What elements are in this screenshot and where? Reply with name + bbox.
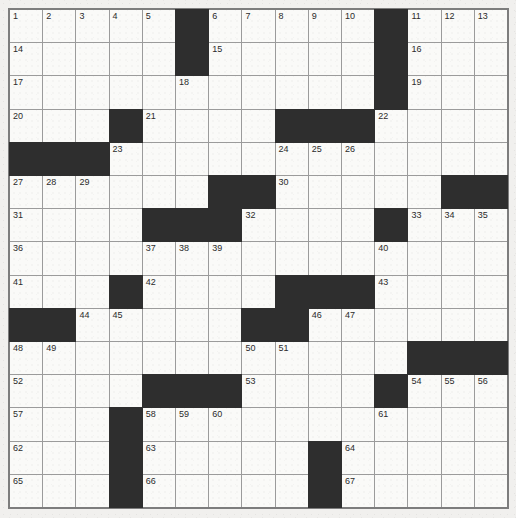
cell-r12c10[interactable] <box>309 375 341 407</box>
cell-r8c4[interactable] <box>110 242 142 274</box>
black-cell-r6c14 <box>442 176 474 208</box>
cell-r12c15[interactable]: 56 <box>475 375 507 407</box>
cell-r15c12[interactable] <box>375 475 407 507</box>
clue-number-42: 42 <box>146 277 156 287</box>
cell-r1c10[interactable]: 9 <box>309 10 341 42</box>
black-cell-r13c4 <box>110 408 142 440</box>
cell-r14c9[interactable] <box>276 442 308 474</box>
cell-r10c5[interactable] <box>143 309 175 341</box>
cell-r5c11[interactable]: 26 <box>342 143 374 175</box>
cell-r8c15[interactable] <box>475 242 507 274</box>
cell-r15c7[interactable] <box>209 475 241 507</box>
cell-r5c5[interactable] <box>143 143 175 175</box>
cell-r8c9[interactable] <box>276 242 308 274</box>
cell-r8c10[interactable] <box>309 242 341 274</box>
clue-number-56: 56 <box>478 376 488 386</box>
clue-number-28: 28 <box>46 177 56 187</box>
cell-r1c11[interactable]: 10 <box>342 10 374 42</box>
cell-r1c8[interactable]: 7 <box>242 10 274 42</box>
cell-r11c1[interactable]: 48 <box>10 342 42 374</box>
cell-r3c3[interactable] <box>76 76 108 108</box>
cell-r10c7[interactable] <box>209 309 241 341</box>
clue-number-15: 15 <box>212 44 222 54</box>
cell-r9c5[interactable]: 42 <box>143 276 175 308</box>
cell-r5c12[interactable] <box>375 143 407 175</box>
cell-r3c10[interactable] <box>309 76 341 108</box>
cell-r13c11[interactable] <box>342 408 374 440</box>
clue-number-26: 26 <box>345 144 355 154</box>
cell-r14c6[interactable] <box>176 442 208 474</box>
clue-number-65: 65 <box>13 476 23 486</box>
cell-r6c1[interactable]: 27 <box>10 176 42 208</box>
cell-r3c15[interactable] <box>475 76 507 108</box>
cell-r3c14[interactable] <box>442 76 474 108</box>
cell-r7c10[interactable] <box>309 209 341 241</box>
black-cell-r5c3 <box>76 143 108 175</box>
cell-r12c2[interactable] <box>43 375 75 407</box>
black-cell-r7c7 <box>209 209 241 241</box>
cell-r6c4[interactable] <box>110 176 142 208</box>
cell-r3c11[interactable] <box>342 76 374 108</box>
clue-number-66: 66 <box>146 476 156 486</box>
cell-r8c6[interactable]: 38 <box>176 242 208 274</box>
cell-r15c2[interactable] <box>43 475 75 507</box>
clue-number-17: 17 <box>13 77 23 87</box>
black-cell-r9c10 <box>309 276 341 308</box>
cell-r1c7[interactable]: 6 <box>209 10 241 42</box>
cell-r15c5[interactable]: 66 <box>143 475 175 507</box>
cell-r6c13[interactable] <box>408 176 440 208</box>
cell-r12c11[interactable] <box>342 375 374 407</box>
clue-number-25: 25 <box>312 144 322 154</box>
cell-r9c8[interactable] <box>242 276 274 308</box>
cell-r3c4[interactable] <box>110 76 142 108</box>
cell-r7c2[interactable] <box>43 209 75 241</box>
clue-number-19: 19 <box>411 77 421 87</box>
clue-number-8: 8 <box>279 11 284 21</box>
cell-r15c6[interactable] <box>176 475 208 507</box>
cell-r3c2[interactable] <box>43 76 75 108</box>
cell-r4c14[interactable] <box>442 110 474 142</box>
cell-r11c4[interactable] <box>110 342 142 374</box>
clue-number-22: 22 <box>378 111 388 121</box>
cell-r2c10[interactable] <box>309 43 341 75</box>
cell-r12c3[interactable] <box>76 375 108 407</box>
cell-r4c13[interactable] <box>408 110 440 142</box>
cell-r8c13[interactable] <box>408 242 440 274</box>
cell-r7c14[interactable]: 34 <box>442 209 474 241</box>
black-cell-r3c12 <box>375 76 407 108</box>
cell-r14c8[interactable] <box>242 442 274 474</box>
cell-r4c15[interactable] <box>475 110 507 142</box>
cell-r11c9[interactable]: 51 <box>276 342 308 374</box>
cell-r1c4[interactable]: 4 <box>110 10 142 42</box>
cell-r4c2[interactable] <box>43 110 75 142</box>
black-cell-r11c15 <box>475 342 507 374</box>
cell-r13c8[interactable] <box>242 408 274 440</box>
cell-r6c12[interactable] <box>375 176 407 208</box>
black-cell-r11c13 <box>408 342 440 374</box>
cell-r3c5[interactable] <box>143 76 175 108</box>
cell-r1c3[interactable]: 3 <box>76 10 108 42</box>
clue-number-18: 18 <box>179 77 189 87</box>
clue-number-41: 41 <box>13 277 23 287</box>
clue-number-12: 12 <box>445 11 455 21</box>
cell-r11c6[interactable] <box>176 342 208 374</box>
clue-number-34: 34 <box>445 210 455 220</box>
black-cell-r12c6 <box>176 375 208 407</box>
cell-r13c14[interactable] <box>442 408 474 440</box>
cell-r14c14[interactable] <box>442 442 474 474</box>
cell-r1c2[interactable]: 2 <box>43 10 75 42</box>
cell-r10c15[interactable] <box>475 309 507 341</box>
cell-r6c9[interactable]: 30 <box>276 176 308 208</box>
clue-number-48: 48 <box>13 343 23 353</box>
cell-r15c3[interactable] <box>76 475 108 507</box>
cell-r10c4[interactable]: 45 <box>110 309 142 341</box>
cell-r8c11[interactable] <box>342 242 374 274</box>
clue-number-21: 21 <box>146 111 156 121</box>
clue-number-53: 53 <box>245 376 255 386</box>
cell-r15c14[interactable] <box>442 475 474 507</box>
cell-r15c9[interactable] <box>276 475 308 507</box>
black-cell-r14c4 <box>110 442 142 474</box>
cell-r4c7[interactable] <box>209 110 241 142</box>
cell-r13c9[interactable] <box>276 408 308 440</box>
black-cell-r4c4 <box>110 110 142 142</box>
cell-r3c6[interactable]: 18 <box>176 76 208 108</box>
clue-number-2: 2 <box>46 11 51 21</box>
cell-r11c8[interactable]: 50 <box>242 342 274 374</box>
cell-r4c5[interactable]: 21 <box>143 110 175 142</box>
cell-r3c7[interactable] <box>209 76 241 108</box>
clue-number-24: 24 <box>279 144 289 154</box>
black-cell-r9c4 <box>110 276 142 308</box>
cell-r15c8[interactable] <box>242 475 274 507</box>
cell-r1c13[interactable]: 11 <box>408 10 440 42</box>
cell-r7c15[interactable]: 35 <box>475 209 507 241</box>
cell-r8c1[interactable]: 36 <box>10 242 42 274</box>
cell-r11c2[interactable]: 49 <box>43 342 75 374</box>
cell-r2c4[interactable] <box>110 43 142 75</box>
clue-number-58: 58 <box>146 409 156 419</box>
cell-r2c15[interactable] <box>475 43 507 75</box>
cell-r14c11[interactable]: 64 <box>342 442 374 474</box>
cell-r5c7[interactable] <box>209 143 241 175</box>
cell-r9c13[interactable] <box>408 276 440 308</box>
cell-r5c9[interactable]: 24 <box>276 143 308 175</box>
black-cell-r9c11 <box>342 276 374 308</box>
clue-number-50: 50 <box>245 343 255 353</box>
clue-number-1: 1 <box>13 11 18 21</box>
black-cell-r15c10 <box>309 475 341 507</box>
cell-r3c1[interactable]: 17 <box>10 76 42 108</box>
cell-r2c5[interactable] <box>143 43 175 75</box>
cell-r9c2[interactable] <box>43 276 75 308</box>
clue-number-27: 27 <box>13 177 23 187</box>
cell-r6c10[interactable] <box>309 176 341 208</box>
cell-r4c3[interactable] <box>76 110 108 142</box>
black-cell-r6c7 <box>209 176 241 208</box>
black-cell-r12c7 <box>209 375 241 407</box>
cell-r8c5[interactable]: 37 <box>143 242 175 274</box>
cell-r13c2[interactable] <box>43 408 75 440</box>
cell-r8c14[interactable] <box>442 242 474 274</box>
cell-r1c1[interactable]: 1 <box>10 10 42 42</box>
clue-number-29: 29 <box>79 177 89 187</box>
black-cell-r14c10 <box>309 442 341 474</box>
black-cell-r6c15 <box>475 176 507 208</box>
cell-r12c1[interactable]: 52 <box>10 375 42 407</box>
clue-number-64: 64 <box>345 443 355 453</box>
clue-number-45: 45 <box>113 310 123 320</box>
cell-r13c12[interactable]: 61 <box>375 408 407 440</box>
cell-r7c11[interactable] <box>342 209 374 241</box>
clue-number-62: 62 <box>13 443 23 453</box>
black-cell-r9c9 <box>276 276 308 308</box>
cell-r8c7[interactable]: 39 <box>209 242 241 274</box>
clue-number-44: 44 <box>79 310 89 320</box>
cell-r2c14[interactable] <box>442 43 474 75</box>
cell-r12c13[interactable]: 54 <box>408 375 440 407</box>
black-cell-r5c2 <box>43 143 75 175</box>
clue-number-52: 52 <box>13 376 23 386</box>
cell-r2c2[interactable] <box>43 43 75 75</box>
cell-r13c7[interactable]: 60 <box>209 408 241 440</box>
clue-number-38: 38 <box>179 243 189 253</box>
cell-r2c1[interactable]: 14 <box>10 43 42 75</box>
cell-r6c11[interactable] <box>342 176 374 208</box>
cell-r13c3[interactable] <box>76 408 108 440</box>
cell-r8c8[interactable] <box>242 242 274 274</box>
cell-r8c2[interactable] <box>43 242 75 274</box>
clue-number-33: 33 <box>411 210 421 220</box>
black-cell-r4c9 <box>276 110 308 142</box>
black-cell-r10c2 <box>43 309 75 341</box>
cell-r14c13[interactable] <box>408 442 440 474</box>
cell-r14c5[interactable]: 63 <box>143 442 175 474</box>
clue-number-35: 35 <box>478 210 488 220</box>
cell-r5c10[interactable]: 25 <box>309 143 341 175</box>
page: 1234567891011121314151617181920212223242… <box>0 0 516 517</box>
cell-r6c2[interactable]: 28 <box>43 176 75 208</box>
cell-r7c9[interactable] <box>276 209 308 241</box>
black-cell-r7c5 <box>143 209 175 241</box>
cell-r9c3[interactable] <box>76 276 108 308</box>
clue-number-32: 32 <box>245 210 255 220</box>
black-cell-r4c11 <box>342 110 374 142</box>
cell-r14c15[interactable] <box>475 442 507 474</box>
black-cell-r10c8 <box>242 309 274 341</box>
cell-r7c8[interactable]: 32 <box>242 209 274 241</box>
cell-r15c13[interactable] <box>408 475 440 507</box>
black-cell-r1c12 <box>375 10 407 42</box>
cell-r13c1[interactable]: 57 <box>10 408 42 440</box>
cell-r1c15[interactable]: 13 <box>475 10 507 42</box>
cell-r6c6[interactable] <box>176 176 208 208</box>
cell-r14c3[interactable] <box>76 442 108 474</box>
clue-number-3: 3 <box>79 11 84 21</box>
cell-r10c14[interactable] <box>442 309 474 341</box>
black-cell-r11c14 <box>442 342 474 374</box>
cell-r5c6[interactable] <box>176 143 208 175</box>
clue-number-30: 30 <box>279 177 289 187</box>
cell-r9c7[interactable] <box>209 276 241 308</box>
clue-number-57: 57 <box>13 409 23 419</box>
cell-r13c6[interactable]: 59 <box>176 408 208 440</box>
clue-number-49: 49 <box>46 343 56 353</box>
cell-r6c3[interactable]: 29 <box>76 176 108 208</box>
cell-r2c3[interactable] <box>76 43 108 75</box>
clue-number-40: 40 <box>378 243 388 253</box>
cell-r10c3[interactable]: 44 <box>76 309 108 341</box>
cell-r2c7[interactable]: 15 <box>209 43 241 75</box>
clue-number-54: 54 <box>411 376 421 386</box>
black-cell-r10c1 <box>10 309 42 341</box>
black-cell-r15c4 <box>110 475 142 507</box>
cell-r7c13[interactable]: 33 <box>408 209 440 241</box>
clue-number-36: 36 <box>13 243 23 253</box>
clue-number-60: 60 <box>212 409 222 419</box>
cell-r15c15[interactable] <box>475 475 507 507</box>
cell-r9c6[interactable] <box>176 276 208 308</box>
clue-number-13: 13 <box>478 11 488 21</box>
clue-number-31: 31 <box>13 210 23 220</box>
clue-number-59: 59 <box>179 409 189 419</box>
cell-r15c1[interactable]: 65 <box>10 475 42 507</box>
cell-r9c15[interactable] <box>475 276 507 308</box>
cell-r1c5[interactable]: 5 <box>143 10 175 42</box>
black-cell-r4c10 <box>309 110 341 142</box>
cell-r3c13[interactable]: 19 <box>408 76 440 108</box>
cell-r10c13[interactable] <box>408 309 440 341</box>
clue-number-63: 63 <box>146 443 156 453</box>
black-cell-r12c12 <box>375 375 407 407</box>
cell-r1c14[interactable]: 12 <box>442 10 474 42</box>
cell-r13c15[interactable] <box>475 408 507 440</box>
black-cell-r1c6 <box>176 10 208 42</box>
cell-r8c3[interactable] <box>76 242 108 274</box>
black-cell-r2c12 <box>375 43 407 75</box>
black-cell-r6c8 <box>242 176 274 208</box>
clue-number-67: 67 <box>345 476 355 486</box>
clue-number-7: 7 <box>245 11 250 21</box>
cell-r2c13[interactable]: 16 <box>408 43 440 75</box>
cell-r10c6[interactable] <box>176 309 208 341</box>
cell-r11c3[interactable] <box>76 342 108 374</box>
cell-r4c1[interactable]: 20 <box>10 110 42 142</box>
black-cell-r10c9 <box>276 309 308 341</box>
cell-r12c14[interactable]: 55 <box>442 375 474 407</box>
cell-r4c8[interactable] <box>242 110 274 142</box>
cell-r14c1[interactable]: 62 <box>10 442 42 474</box>
cell-r9c12[interactable]: 43 <box>375 276 407 308</box>
clue-number-6: 6 <box>212 11 217 21</box>
cell-r11c7[interactable] <box>209 342 241 374</box>
cell-r8c12[interactable]: 40 <box>375 242 407 274</box>
cell-r9c1[interactable]: 41 <box>10 276 42 308</box>
cell-r7c3[interactable] <box>76 209 108 241</box>
cell-r13c13[interactable] <box>408 408 440 440</box>
cell-r11c10[interactable] <box>309 342 341 374</box>
cell-r10c12[interactable] <box>375 309 407 341</box>
cell-r12c8[interactable]: 53 <box>242 375 274 407</box>
clue-number-11: 11 <box>411 11 420 21</box>
cell-r14c7[interactable] <box>209 442 241 474</box>
cell-r2c8[interactable] <box>242 43 274 75</box>
cell-r11c11[interactable] <box>342 342 374 374</box>
clue-number-23: 23 <box>113 144 123 154</box>
cell-r5c13[interactable] <box>408 143 440 175</box>
cell-r12c4[interactable] <box>110 375 142 407</box>
cell-r9c14[interactable] <box>442 276 474 308</box>
clue-number-4: 4 <box>113 11 118 21</box>
clue-number-20: 20 <box>13 111 23 121</box>
clue-number-47: 47 <box>345 310 355 320</box>
clue-number-39: 39 <box>212 243 222 253</box>
clue-number-43: 43 <box>378 277 388 287</box>
black-cell-r2c6 <box>176 43 208 75</box>
cell-r5c14[interactable] <box>442 143 474 175</box>
cell-r13c5[interactable]: 58 <box>143 408 175 440</box>
black-cell-r12c5 <box>143 375 175 407</box>
cell-r14c12[interactable] <box>375 442 407 474</box>
cell-r10c11[interactable]: 47 <box>342 309 374 341</box>
cell-r10c10[interactable]: 46 <box>309 309 341 341</box>
cell-r1c9[interactable]: 8 <box>276 10 308 42</box>
clue-number-46: 46 <box>312 310 322 320</box>
cell-r15c11[interactable]: 67 <box>342 475 374 507</box>
cell-r5c4[interactable]: 23 <box>110 143 142 175</box>
cell-r7c4[interactable] <box>110 209 142 241</box>
clue-number-16: 16 <box>411 44 421 54</box>
cell-r11c12[interactable] <box>375 342 407 374</box>
cell-r5c8[interactable] <box>242 143 274 175</box>
cell-r14c2[interactable] <box>43 442 75 474</box>
cell-r4c6[interactable] <box>176 110 208 142</box>
cell-r7c1[interactable]: 31 <box>10 209 42 241</box>
clue-number-10: 10 <box>345 11 355 21</box>
clue-number-9: 9 <box>312 11 317 21</box>
cell-r13c10[interactable] <box>309 408 341 440</box>
clue-number-51: 51 <box>279 343 289 353</box>
clue-number-55: 55 <box>445 376 455 386</box>
clue-number-14: 14 <box>13 44 23 54</box>
cell-r2c11[interactable] <box>342 43 374 75</box>
cell-r3c9[interactable] <box>276 76 308 108</box>
crossword-board: 1234567891011121314151617181920212223242… <box>8 8 509 509</box>
clue-number-61: 61 <box>378 409 388 419</box>
black-cell-r7c6 <box>176 209 208 241</box>
cell-r3c8[interactable] <box>242 76 274 108</box>
cell-r2c9[interactable] <box>276 43 308 75</box>
cell-r12c9[interactable] <box>276 375 308 407</box>
cell-r4c12[interactable]: 22 <box>375 110 407 142</box>
cell-r11c5[interactable] <box>143 342 175 374</box>
black-cell-r7c12 <box>375 209 407 241</box>
clue-number-37: 37 <box>146 243 156 253</box>
cell-r5c15[interactable] <box>475 143 507 175</box>
cell-r6c5[interactable] <box>143 176 175 208</box>
black-cell-r5c1 <box>10 143 42 175</box>
clue-number-5: 5 <box>146 11 151 21</box>
